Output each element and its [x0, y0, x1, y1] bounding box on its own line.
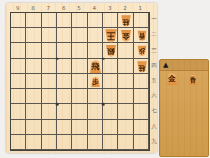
file-label: 6: [56, 4, 71, 12]
board-grid[interactable]: 桂 王 金 香 銀 歩 飛 桂 歩: [10, 12, 150, 151]
rank-label: 七: [150, 103, 158, 118]
rank-label: 六: [150, 88, 158, 103]
piece-14-gote-knight[interactable]: 桂: [136, 61, 147, 73]
sente-turn-mark: ▲: [163, 60, 168, 70]
rank-label: 三: [150, 42, 158, 57]
file-label: 5: [71, 4, 86, 12]
piece-22-gote-gold[interactable]: 金: [121, 30, 132, 42]
piece-12-gote-lance[interactable]: 香: [137, 31, 147, 42]
star-point: [102, 57, 105, 60]
piece-33-gote-silver[interactable]: 銀: [105, 45, 116, 57]
komadai-sente: ▲ 金 香: [159, 59, 209, 157]
rank-label: 二: [150, 27, 158, 42]
piece-21-gote-knight[interactable]: 桂: [121, 15, 132, 27]
file-labels: 9 8 7 6 5 4 3 2 1: [10, 4, 150, 12]
file-label: 4: [87, 4, 102, 12]
hand-piece-gold[interactable]: 金: [167, 73, 178, 85]
rank-label: 九: [150, 134, 158, 149]
shogi-board: 9 8 7 6 5 4 3 2 1 一 二 三 四 五 六 七 八 九 桂: [6, 3, 157, 153]
rank-label: 一: [150, 12, 158, 27]
hand-piece-lance[interactable]: 香: [188, 74, 198, 85]
file-label: 7: [41, 4, 56, 12]
rank-labels: 一 二 三 四 五 六 七 八 九: [150, 12, 158, 151]
file-label: 2: [117, 4, 132, 12]
file-label: 9: [10, 4, 25, 12]
star-point: [56, 103, 59, 106]
star-point: [56, 57, 59, 60]
piece-13-gote-pawn[interactable]: 歩: [137, 46, 147, 57]
star-point: [102, 103, 105, 106]
piece-45-sente-pawn[interactable]: 歩: [91, 77, 101, 88]
rank-label: 五: [150, 73, 158, 88]
file-label: 8: [25, 4, 40, 12]
rank-label: 四: [150, 58, 158, 73]
piece-32-gote-king[interactable]: 王: [105, 29, 118, 43]
piece-44-sente-rook[interactable]: 飛: [90, 60, 102, 73]
rank-label: 八: [150, 119, 158, 134]
komadai-top-strip: ▲: [160, 60, 208, 71]
tsume-shogi-widget: 9 8 7 6 5 4 3 2 1 一 二 三 四 五 六 七 八 九 桂: [0, 0, 210, 158]
file-label: 1: [133, 4, 148, 12]
file-label: 3: [102, 4, 117, 12]
